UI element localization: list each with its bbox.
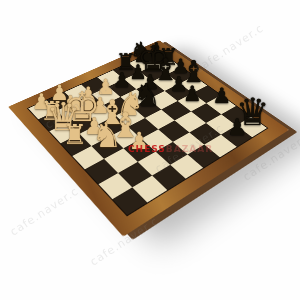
- black-pawn-g4: ♟: [183, 83, 202, 104]
- white-knight-b4: ♞: [92, 118, 123, 152]
- product-photo-stage: ♟♟♜♞♟♜♟♟♟♟♟♚♜♛♚♟♟♝♟♜♟♝♞♞♟♝♞♝♟♟♟♟♛ cafe.n…: [0, 0, 300, 300]
- brand-watermark-chess: CHESS: [128, 144, 166, 154]
- black-pawn-g1: ♟: [227, 116, 248, 139]
- black-pawn-h3: ♟: [212, 86, 231, 107]
- white-rook-a5: ♜: [63, 121, 88, 149]
